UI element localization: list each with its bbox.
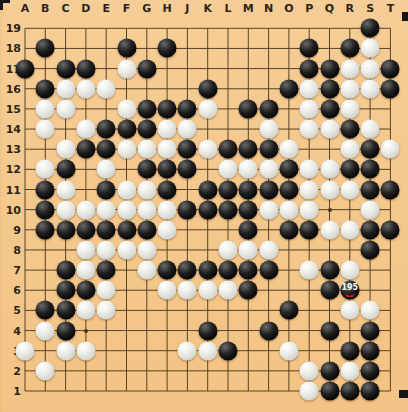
capture-mark-right-top [402,12,408,21]
white-stone-G11 [137,180,156,199]
black-stone-S19 [361,19,380,38]
black-stone-S8 [361,240,380,259]
black-stone-C12 [56,160,75,179]
black-stone-R6: 195 [340,281,359,300]
black-stone-Q2 [320,361,339,380]
white-stone-O10 [279,200,298,219]
black-stone-S3 [361,341,380,360]
white-stone-P7 [300,261,319,280]
black-stone-N7 [259,261,278,280]
white-stone-P1 [300,382,319,401]
black-stone-S4 [361,321,380,340]
last-move-number: 195 [341,283,358,291]
white-stone-H9 [158,220,177,239]
white-stone-C11 [56,180,75,199]
white-stone-E12 [97,160,116,179]
black-stone-M6 [239,281,258,300]
white-stone-H10 [158,200,177,219]
black-stone-M11 [239,180,258,199]
white-stone-C3 [56,341,75,360]
row-label-7: 7 [13,264,21,277]
black-stone-N13 [259,140,278,159]
white-stone-K3 [198,341,217,360]
black-stone-H18 [158,39,177,58]
hoshi-Q10 [328,208,332,212]
white-stone-B2 [36,361,55,380]
white-stone-S14 [361,120,380,139]
white-stone-R5 [340,301,359,320]
black-stone-O5 [279,301,298,320]
white-stone-D14 [76,120,95,139]
hoshi-D4 [84,329,88,333]
black-stone-E14 [97,120,116,139]
white-stone-D8 [76,240,95,259]
white-stone-H14 [158,120,177,139]
black-stone-K11 [198,180,217,199]
black-stone-B9 [36,220,55,239]
black-stone-L3 [219,341,238,360]
black-stone-F14 [117,120,136,139]
row-label-11: 11 [6,183,21,196]
white-stone-K13 [198,140,217,159]
white-stone-C16 [56,79,75,98]
white-stone-P2 [300,361,319,380]
white-stone-R11 [340,180,359,199]
white-stone-E6 [97,281,116,300]
black-stone-F9 [117,220,136,239]
col-label-H: H [162,2,171,15]
black-stone-R12 [340,160,359,179]
col-label-C: C [62,2,70,15]
black-stone-H7 [158,261,177,280]
black-stone-O16 [279,79,298,98]
white-stone-B12 [36,160,55,179]
white-stone-P14 [300,120,319,139]
black-stone-C9 [56,220,75,239]
white-stone-B15 [36,99,55,118]
last-move-marker-accent [344,291,355,297]
col-label-P: P [305,2,313,15]
black-stone-P17 [300,59,319,78]
white-stone-C13 [56,140,75,159]
white-stone-L8 [219,240,238,259]
black-stone-C17 [56,59,75,78]
black-stone-K16 [198,79,217,98]
black-stone-E9 [97,220,116,239]
black-stone-S13 [361,140,380,159]
white-stone-S10 [361,200,380,219]
row-label-14: 14 [6,123,21,136]
row-label-9: 9 [13,223,21,236]
black-stone-Q17 [320,59,339,78]
black-stone-D6 [76,281,95,300]
col-label-T: T [387,2,395,15]
black-stone-G12 [137,160,156,179]
row-label-1: 1 [13,385,21,398]
col-label-Q: Q [325,2,334,15]
row-label-16: 16 [6,82,21,95]
black-stone-S2 [361,361,380,380]
black-stone-E11 [97,180,116,199]
black-stone-S11 [361,180,380,199]
black-stone-C6 [56,281,75,300]
col-label-M: M [243,2,254,15]
black-stone-K10 [198,200,217,219]
black-stone-S9 [361,220,380,239]
white-stone-L12 [219,160,238,179]
black-stone-J12 [178,160,197,179]
white-stone-C15 [56,99,75,118]
row-label-2: 2 [13,364,21,377]
col-label-K: K [203,2,212,15]
white-stone-F11 [117,180,136,199]
black-stone-R3 [340,341,359,360]
col-label-R: R [346,2,354,15]
black-stone-T16 [381,79,400,98]
white-stone-R2 [340,361,359,380]
black-stone-N4 [259,321,278,340]
black-stone-G15 [137,99,156,118]
white-stone-Q14 [320,120,339,139]
black-stone-S1 [361,382,380,401]
black-stone-R14 [340,120,359,139]
white-stone-D7 [76,261,95,280]
black-stone-M7 [239,261,258,280]
white-stone-E8 [97,240,116,259]
black-stone-C5 [56,301,75,320]
black-stone-O12 [279,160,298,179]
col-label-O: O [284,2,293,15]
black-stone-A17 [16,59,35,78]
black-stone-N15 [259,99,278,118]
white-stone-R17 [340,59,359,78]
white-stone-N8 [259,240,278,259]
black-stone-G9 [137,220,156,239]
white-stone-P12 [300,160,319,179]
black-stone-Q15 [320,99,339,118]
capture-mark-top-left-v [0,0,3,10]
black-stone-K7 [198,261,217,280]
white-stone-P16 [300,79,319,98]
row-label-5: 5 [13,304,21,317]
black-stone-D17 [76,59,95,78]
white-stone-A3 [16,341,35,360]
black-stone-T9 [381,220,400,239]
white-stone-F17 [117,59,136,78]
black-stone-L7 [219,261,238,280]
black-stone-M15 [239,99,258,118]
black-stone-O11 [279,180,298,199]
white-stone-R9 [340,220,359,239]
white-stone-P10 [300,200,319,219]
black-stone-C4 [56,321,75,340]
black-stone-B18 [36,39,55,58]
white-stone-H13 [158,140,177,159]
row-label-10: 10 [6,203,21,216]
white-stone-M12 [239,160,258,179]
black-stone-J13 [178,140,197,159]
white-stone-K6 [198,281,217,300]
black-stone-H15 [158,99,177,118]
col-label-B: B [41,2,49,15]
black-stone-K4 [198,321,217,340]
row-label-15: 15 [6,102,21,115]
black-stone-T17 [381,59,400,78]
white-stone-L6 [219,281,238,300]
col-label-G: G [142,2,151,15]
black-stone-Q16 [320,79,339,98]
black-stone-E13 [97,140,116,159]
row-label-6: 6 [13,284,21,297]
go-board-app: ABCDEFGHJKLMNOPQRST191817161514131211109… [0,0,408,412]
black-stone-R1 [340,382,359,401]
white-stone-S17 [361,59,380,78]
white-stone-R16 [340,79,359,98]
white-stone-F15 [117,99,136,118]
black-stone-M9 [239,220,258,239]
black-stone-L10 [219,200,238,219]
white-stone-C10 [56,200,75,219]
black-stone-H11 [158,180,177,199]
white-stone-J14 [178,120,197,139]
white-stone-E5 [97,301,116,320]
black-stone-H12 [158,160,177,179]
capture-mark-right-bottom [399,390,408,398]
black-stone-J10 [178,200,197,219]
row-label-8: 8 [13,243,21,256]
white-stone-R13 [340,140,359,159]
white-stone-G13 [137,140,156,159]
white-stone-D3 [76,341,95,360]
white-stone-E16 [97,79,116,98]
black-stone-E7 [97,261,116,280]
white-stone-Q12 [320,160,339,179]
row-label-18: 18 [6,42,21,55]
black-stone-M10 [239,200,258,219]
white-stone-Q9 [320,220,339,239]
white-stone-G10 [137,200,156,219]
white-stone-N12 [259,160,278,179]
black-stone-O9 [279,220,298,239]
white-stone-S18 [361,39,380,58]
white-stone-D5 [76,301,95,320]
col-label-E: E [102,2,110,15]
black-stone-B11 [36,180,55,199]
white-stone-P11 [300,180,319,199]
white-stone-P15 [300,99,319,118]
black-stone-P18 [300,39,319,58]
black-stone-B5 [36,301,55,320]
white-stone-J6 [178,281,197,300]
black-stone-B10 [36,200,55,219]
row-label-19: 19 [6,22,21,35]
col-label-S: S [366,2,374,15]
black-stone-B16 [36,79,55,98]
col-label-J: J [185,2,189,15]
white-stone-M8 [239,240,258,259]
row-label-12: 12 [6,163,21,176]
col-label-D: D [81,2,90,15]
black-stone-L11 [219,180,238,199]
white-stone-B4 [36,321,55,340]
row-label-4: 4 [13,324,21,337]
white-stone-H6 [158,281,177,300]
white-stone-N14 [259,120,278,139]
black-stone-R18 [340,39,359,58]
black-stone-J15 [178,99,197,118]
white-stone-G7 [137,261,156,280]
row-label-13: 13 [6,143,21,156]
col-label-F: F [123,2,131,15]
black-stone-T11 [381,180,400,199]
white-stone-F8 [117,240,136,259]
black-stone-P9 [300,220,319,239]
col-label-N: N [264,2,273,15]
white-stone-O13 [279,140,298,159]
black-stone-M13 [239,140,258,159]
col-label-A: A [21,2,30,15]
white-stone-K15 [198,99,217,118]
black-stone-Q1 [320,382,339,401]
white-stone-B14 [36,120,55,139]
white-stone-N10 [259,200,278,219]
black-stone-J7 [178,261,197,280]
black-stone-D9 [76,220,95,239]
black-stone-S12 [361,160,380,179]
white-stone-R7 [340,261,359,280]
white-stone-S5 [361,301,380,320]
black-stone-F18 [117,39,136,58]
black-stone-N11 [259,180,278,199]
col-label-L: L [224,2,231,15]
black-stone-Q6 [320,281,339,300]
black-stone-Q7 [320,261,339,280]
white-stone-S16 [361,79,380,98]
white-stone-E10 [97,200,116,219]
white-stone-D16 [76,79,95,98]
white-stone-T13 [381,140,400,159]
white-stone-J3 [178,341,197,360]
white-stone-Q11 [320,180,339,199]
white-stone-D10 [76,200,95,219]
white-stone-O3 [279,341,298,360]
white-stone-F13 [117,140,136,159]
black-stone-L13 [219,140,238,159]
black-stone-G17 [137,59,156,78]
black-stone-C7 [56,261,75,280]
black-stone-Q4 [320,321,339,340]
black-stone-G14 [137,120,156,139]
white-stone-F10 [117,200,136,219]
black-stone-D13 [76,140,95,159]
white-stone-R15 [340,99,359,118]
white-stone-G8 [137,240,156,259]
